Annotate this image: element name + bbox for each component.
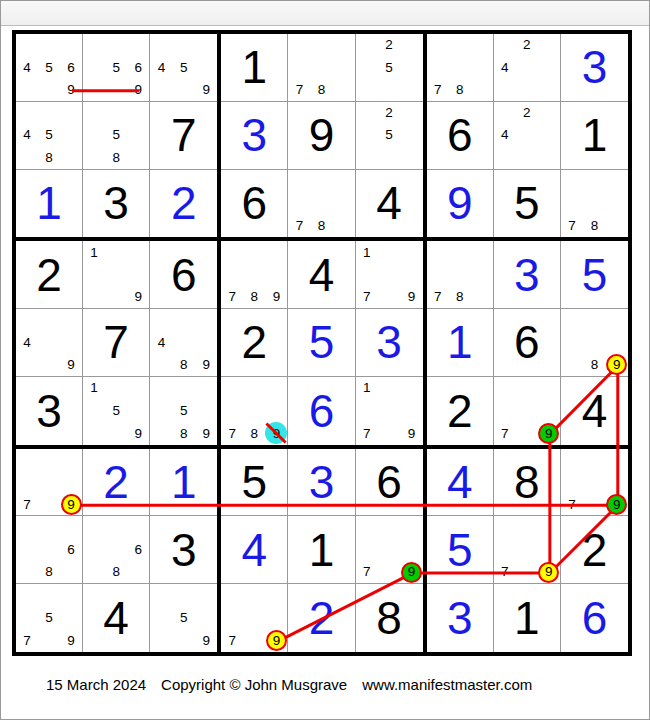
cell-r8c4[interactable]: 4 — [221, 516, 288, 584]
box-2: 1782539256784 — [219, 32, 424, 239]
solved-digit: 3 — [376, 319, 402, 365]
cell-r9c2[interactable]: 4 — [83, 584, 150, 652]
cell-r9c5[interactable]: 2 — [288, 584, 355, 652]
candidate-digit: 7 — [229, 290, 237, 304]
candidate-digit: 9 — [545, 427, 553, 441]
cell-r2c5[interactable]: 9 — [288, 102, 355, 170]
pencil-grid: 25 — [356, 34, 423, 101]
cell-r5c3[interactable]: 489 — [150, 309, 217, 377]
cell-r7c9[interactable]: 79 — [561, 449, 628, 517]
cell-r9c8[interactable]: 1 — [494, 584, 561, 652]
cell-r5c4[interactable]: 2 — [221, 309, 288, 377]
pencil-grid: 79 — [221, 584, 287, 652]
pencil-grid: 789 — [221, 377, 287, 445]
solved-digit: 1 — [171, 459, 197, 505]
chain-node-yellow: 9 — [606, 354, 627, 375]
cell-r4c6[interactable]: 179 — [356, 241, 423, 309]
candidate-digit: 9 — [134, 290, 142, 304]
cell-r6c1[interactable]: 3 — [16, 377, 83, 445]
cell-r5c1[interactable]: 49 — [16, 309, 83, 377]
cell-r8c3[interactable]: 3 — [150, 516, 217, 584]
cell-r2c8[interactable]: 24 — [494, 102, 561, 170]
given-digit: 6 — [171, 252, 197, 298]
candidate-digit: 5 — [180, 61, 188, 75]
candidate-digit: 5 — [112, 61, 120, 75]
candidate-digit: 7 — [296, 219, 304, 233]
candidate-digit: 8 — [251, 290, 259, 304]
cell-r8c5[interactable]: 1 — [288, 516, 355, 584]
footer-date: 15 March 2024 — [46, 676, 146, 693]
solved-digit: 3 — [447, 595, 473, 641]
candidate-digit: 7 — [229, 634, 237, 648]
given-digit: 4 — [582, 388, 608, 434]
cell-r6c2[interactable]: 159 — [83, 377, 150, 445]
given-digit: 6 — [376, 459, 402, 505]
solved-digit: 3 — [514, 252, 540, 298]
candidate-digit: 4 — [501, 61, 509, 75]
solved-digit: 6 — [309, 388, 335, 434]
cell-r1c7[interactable]: 78 — [427, 34, 494, 102]
given-digit: 1 — [242, 44, 268, 90]
given-digit: 5 — [242, 459, 268, 505]
pencil-grid: 579 — [16, 584, 82, 652]
cell-r7c5[interactable]: 3 — [288, 449, 355, 517]
solved-digit: 3 — [242, 112, 268, 158]
cell-r3c8[interactable]: 5 — [494, 170, 561, 238]
chain-node-green: 9 — [538, 423, 559, 444]
cell-r9c9[interactable]: 6 — [561, 584, 628, 652]
pencil-grid: 78 — [288, 170, 354, 238]
solved-digit: 4 — [447, 459, 473, 505]
candidate-digit: 9 — [202, 634, 210, 648]
candidate-digit: 7 — [434, 290, 442, 304]
candidate-digit: 4 — [23, 128, 31, 142]
given-digit: 2 — [447, 388, 473, 434]
cell-r6c5[interactable]: 6 — [288, 377, 355, 445]
title-bar — [1, 1, 649, 26]
given-digit: 5 — [514, 180, 540, 226]
candidate-digit: 8 — [456, 290, 464, 304]
pencil-grid: 79 — [16, 449, 82, 516]
candidate-digit: 7 — [363, 565, 371, 579]
given-digit: 7 — [171, 112, 197, 158]
cell-r3c2[interactable]: 3 — [83, 170, 150, 238]
cell-r5c7[interactable]: 1 — [427, 309, 494, 377]
pencil-grid: 78 — [561, 170, 628, 238]
candidate-digit: 9 — [613, 358, 621, 372]
candidate-digit: 9 — [408, 565, 416, 579]
candidate-digit: 7 — [23, 498, 31, 512]
candidate-digit: 5 — [45, 611, 53, 625]
pencil-grid: 4569 — [16, 34, 82, 101]
pencil-grid: 789 — [221, 241, 287, 308]
cell-r9c7[interactable]: 3 — [427, 584, 494, 652]
cell-r5c9[interactable]: 89 — [561, 309, 628, 377]
cell-r3c5[interactable]: 78 — [288, 170, 355, 238]
given-digit: 8 — [514, 459, 540, 505]
cell-r6c4[interactable]: 789 — [221, 377, 288, 445]
candidate-digit: 4 — [501, 128, 509, 142]
candidate-digit: 9 — [67, 83, 75, 97]
cell-r4c7[interactable]: 78 — [427, 241, 494, 309]
candidate-digit: 2 — [385, 38, 393, 52]
solved-digit: 5 — [582, 252, 608, 298]
candidate-digit: 7 — [23, 634, 31, 648]
candidate-digit: 1 — [363, 381, 371, 395]
pencil-grid: 24 — [494, 34, 560, 101]
cell-r8c9[interactable]: 2 — [561, 516, 628, 584]
given-digit: 4 — [376, 180, 402, 226]
candidate-digit: 8 — [180, 358, 188, 372]
box-3: 7824362419578 — [425, 32, 630, 239]
pencil-grid: 569 — [83, 34, 149, 101]
cell-r6c9[interactable]: 4 — [561, 377, 628, 445]
solved-digit: 3 — [309, 459, 335, 505]
solved-digit: 1 — [447, 319, 473, 365]
cell-r1c8[interactable]: 24 — [494, 34, 561, 102]
candidate-digit: 2 — [385, 106, 393, 120]
cell-r3c3[interactable]: 2 — [150, 170, 217, 238]
cell-r2c7[interactable]: 6 — [427, 102, 494, 170]
candidate-digit: 9 — [67, 498, 75, 512]
cell-r5c6[interactable]: 3 — [356, 309, 423, 377]
pencil-grid: 78 — [288, 34, 354, 101]
cell-r2c3[interactable]: 7 — [150, 102, 217, 170]
pencil-grid: 489 — [150, 309, 217, 376]
pencil-grid: 79 — [561, 449, 628, 516]
candidate-digit: 7 — [363, 427, 371, 441]
pencil-grid: 78 — [427, 34, 493, 101]
candidate-digit: 5 — [385, 61, 393, 75]
cell-r4c5[interactable]: 4 — [288, 241, 355, 309]
candidate-digit: 1 — [90, 246, 98, 260]
candidate-digit: 9 — [545, 565, 553, 579]
cell-r2c1[interactable]: 458 — [16, 102, 83, 170]
candidate-digit: 9 — [134, 83, 142, 97]
candidate-digit: 5 — [112, 404, 120, 418]
given-digit: 1 — [514, 595, 540, 641]
pencil-grid: 58 — [83, 102, 149, 169]
cell-r1c6[interactable]: 25 — [356, 34, 423, 102]
pencil-grid: 68 — [83, 516, 149, 583]
candidate-digit: 9 — [202, 427, 210, 441]
cell-r4c2[interactable]: 19 — [83, 241, 150, 309]
candidate-digit: 6 — [67, 61, 75, 75]
candidate-digit: 7 — [229, 427, 237, 441]
cell-r5c5[interactable]: 5 — [288, 309, 355, 377]
pencil-grid: 78 — [427, 241, 493, 308]
candidate-digit: 9 — [134, 427, 142, 441]
candidate-digit: 8 — [251, 427, 259, 441]
given-digit: 4 — [103, 595, 129, 641]
cell-r6c8[interactable]: 79 — [494, 377, 561, 445]
given-digit: 7 — [103, 319, 129, 365]
cell-r9c3[interactable]: 59 — [150, 584, 217, 652]
cell-r1c5[interactable]: 78 — [288, 34, 355, 102]
cell-r8c8[interactable]: 79 — [494, 516, 561, 584]
box-9: 48795792316 — [425, 447, 630, 654]
box-6: 783516892794 — [425, 239, 630, 446]
cell-r8c1[interactable]: 68 — [16, 516, 83, 584]
pencil-grid: 49 — [16, 309, 82, 376]
cell-r1c9[interactable]: 3 — [561, 34, 628, 102]
solved-digit: 2 — [103, 459, 129, 505]
candidate-digit: 8 — [591, 219, 599, 233]
cell-r1c1[interactable]: 4569 — [16, 34, 83, 102]
candidate-digit: 5 — [45, 128, 53, 142]
cell-r2c6[interactable]: 25 — [356, 102, 423, 170]
box-7: 792168683579459 — [14, 447, 219, 654]
given-digit: 4 — [309, 252, 335, 298]
cell-r3c4[interactable]: 6 — [221, 170, 288, 238]
candidate-digit: 9 — [408, 427, 416, 441]
cell-r9c1[interactable]: 579 — [16, 584, 83, 652]
elimination-mark: 9 — [265, 422, 287, 444]
given-digit: 6 — [514, 319, 540, 365]
candidate-digit: 2 — [523, 38, 531, 52]
cell-r7c1[interactable]: 79 — [16, 449, 83, 517]
cell-r4c9[interactable]: 5 — [561, 241, 628, 309]
given-digit: 6 — [242, 180, 268, 226]
cell-r1c4[interactable]: 1 — [221, 34, 288, 102]
solved-digit: 5 — [447, 527, 473, 573]
candidate-digit: 9 — [273, 634, 281, 648]
candidate-digit: 5 — [45, 61, 53, 75]
cell-r2c9[interactable]: 1 — [561, 102, 628, 170]
pencil-grid: 179 — [356, 377, 423, 445]
cell-r4c1[interactable]: 2 — [16, 241, 83, 309]
page: 4569569459458587132178253925678478243624… — [0, 0, 650, 720]
pencil-grid: 458 — [16, 102, 82, 169]
solved-digit: 3 — [582, 44, 608, 90]
candidate-digit: 4 — [23, 61, 31, 75]
candidate-digit: 1 — [90, 381, 98, 395]
cell-r9c6[interactable]: 8 — [356, 584, 423, 652]
given-digit: 3 — [103, 180, 129, 226]
candidate-digit: 8 — [318, 83, 326, 97]
given-digit: 1 — [309, 527, 335, 573]
candidate-digit: 8 — [591, 358, 599, 372]
box-4: 21964974893159589 — [14, 239, 219, 446]
candidate-digit: 7 — [501, 427, 509, 441]
cell-r7c3[interactable]: 1 — [150, 449, 217, 517]
candidate-digit: 7 — [568, 219, 576, 233]
candidate-digit: 9 — [613, 498, 621, 512]
cell-r3c7[interactable]: 9 — [427, 170, 494, 238]
candidate-digit: 6 — [67, 543, 75, 557]
cell-r7c7[interactable]: 4 — [427, 449, 494, 517]
cell-r2c4[interactable]: 3 — [221, 102, 288, 170]
pencil-grid: 19 — [83, 241, 149, 308]
candidate-digit: 8 — [45, 565, 53, 579]
candidate-digit: 5 — [112, 128, 120, 142]
cell-r8c7[interactable]: 5 — [427, 516, 494, 584]
candidate-digit: 7 — [296, 83, 304, 97]
cell-r4c3[interactable]: 6 — [150, 241, 217, 309]
pencil-grid: 459 — [150, 34, 217, 101]
cell-r9c4[interactable]: 79 — [221, 584, 288, 652]
cell-r3c1[interactable]: 1 — [16, 170, 83, 238]
footer-website: www.manifestmaster.com — [362, 676, 532, 693]
pencil-grid: 79 — [494, 516, 560, 583]
candidate-digit: 9 — [273, 290, 281, 304]
pencil-grid: 89 — [561, 309, 628, 376]
candidate-digit: 2 — [523, 106, 531, 120]
box-5: 78941792537896179 — [219, 239, 424, 446]
pencil-grid: 25 — [356, 102, 423, 169]
cell-r4c8[interactable]: 3 — [494, 241, 561, 309]
given-digit: 2 — [36, 252, 62, 298]
given-digit: 2 — [242, 319, 268, 365]
candidate-digit: 8 — [318, 219, 326, 233]
chain-node-green: 9 — [401, 562, 422, 583]
cell-r7c4[interactable]: 5 — [221, 449, 288, 517]
given-digit: 3 — [171, 527, 197, 573]
cell-r5c8[interactable]: 6 — [494, 309, 561, 377]
pencil-grid: 59 — [150, 584, 217, 652]
pencil-grid: 589 — [150, 377, 217, 445]
cell-r6c7[interactable]: 2 — [427, 377, 494, 445]
cell-r1c2[interactable]: 569 — [83, 34, 150, 102]
cell-r7c6[interactable]: 6 — [356, 449, 423, 517]
candidate-digit: 8 — [112, 565, 120, 579]
footer: 15 March 2024 Copyright © John Musgrave … — [46, 676, 532, 693]
candidate-digit: 9 — [202, 358, 210, 372]
pencil-grid: 159 — [83, 377, 149, 445]
solved-digit: 9 — [447, 180, 473, 226]
candidate-digit: 9 — [273, 427, 281, 441]
candidate-digit: 7 — [363, 290, 371, 304]
cell-r6c6[interactable]: 179 — [356, 377, 423, 445]
solved-digit: 6 — [582, 595, 608, 641]
candidate-digit: 9 — [408, 290, 416, 304]
candidate-digit: 7 — [501, 565, 509, 579]
candidate-digit: 8 — [456, 83, 464, 97]
cell-r1c3[interactable]: 459 — [150, 34, 217, 102]
candidate-digit: 9 — [67, 358, 75, 372]
given-digit: 1 — [582, 112, 608, 158]
candidate-digit: 4 — [23, 336, 31, 350]
solved-digit: 5 — [309, 319, 335, 365]
sudoku-board: 4569569459458587132178253925678478243624… — [12, 30, 632, 656]
candidate-digit: 7 — [568, 498, 576, 512]
pencil-grid: 79 — [494, 377, 560, 445]
candidate-digit: 5 — [385, 128, 393, 142]
solved-digit: 2 — [171, 180, 197, 226]
given-digit: 8 — [376, 595, 402, 641]
chain-node-yellow: 9 — [61, 494, 82, 515]
candidate-digit: 8 — [180, 427, 188, 441]
solved-digit: 2 — [309, 595, 335, 641]
candidate-digit: 7 — [434, 83, 442, 97]
given-digit: 2 — [582, 527, 608, 573]
given-digit: 3 — [36, 388, 62, 434]
candidate-digit: 5 — [180, 404, 188, 418]
candidate-digit: 9 — [67, 634, 75, 648]
candidate-digit: 9 — [202, 83, 210, 97]
candidate-digit: 6 — [134, 543, 142, 557]
box-8: 53641797928 — [219, 447, 424, 654]
cell-r6c3[interactable]: 589 — [150, 377, 217, 445]
candidate-digit: 4 — [158, 61, 166, 75]
candidate-digit: 1 — [363, 246, 371, 260]
pencil-grid: 179 — [356, 241, 423, 308]
given-digit: 6 — [447, 112, 473, 158]
pencil-grid: 79 — [356, 516, 423, 583]
cell-r3c6[interactable]: 4 — [356, 170, 423, 238]
given-digit: 9 — [309, 112, 335, 158]
cell-r7c2[interactable]: 2 — [83, 449, 150, 517]
candidate-digit: 6 — [134, 61, 142, 75]
cell-r3c9[interactable]: 78 — [561, 170, 628, 238]
chain-node-yellow: 9 — [266, 630, 287, 651]
cell-r7c8[interactable]: 8 — [494, 449, 561, 517]
chain-node-yellow: 9 — [538, 562, 559, 583]
cell-r2c2[interactable]: 58 — [83, 102, 150, 170]
candidate-digit: 5 — [180, 611, 188, 625]
cell-r5c2[interactable]: 7 — [83, 309, 150, 377]
chain-node-green: 9 — [606, 494, 627, 515]
candidate-digit: 4 — [158, 336, 166, 350]
pencil-grid: 68 — [16, 516, 82, 583]
pencil-grid: 24 — [494, 102, 560, 169]
footer-copyright: Copyright © John Musgrave — [161, 676, 347, 693]
solved-digit: 4 — [242, 527, 268, 573]
cell-r4c4[interactable]: 789 — [221, 241, 288, 309]
cell-r8c6[interactable]: 79 — [356, 516, 423, 584]
candidate-digit: 8 — [112, 151, 120, 165]
cell-r8c2[interactable]: 68 — [83, 516, 150, 584]
box-1: 4569569459458587132 — [14, 32, 219, 239]
candidate-digit: 8 — [45, 151, 53, 165]
solved-digit: 1 — [36, 180, 62, 226]
